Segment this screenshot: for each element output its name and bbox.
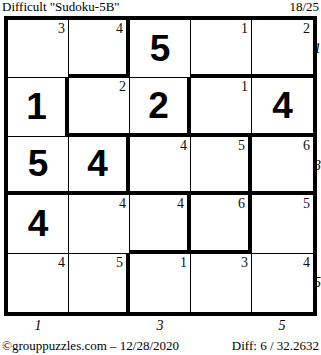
corner-mark: 3 (241, 255, 248, 270)
corner-mark: 5 (303, 196, 310, 211)
corner-mark: 5 (238, 138, 245, 153)
cell-r3c5[interactable]: 6 (252, 137, 313, 195)
cell-r5c3[interactable]: 1 (130, 254, 191, 312)
cell-r3c4[interactable]: 5 (191, 137, 252, 195)
corner-mark: 5 (116, 255, 123, 270)
copyright-text: ©grouppuzzles.com – 12/28/2020 (2, 339, 179, 353)
difficulty-text: Diff: 6 / 32.2632 (232, 339, 319, 353)
corner-mark: 4 (116, 21, 123, 36)
given-digit: 4 (69, 137, 126, 191)
corner-mark: 6 (303, 138, 310, 153)
corner-mark: 4 (177, 196, 184, 211)
corner-mark: 4 (303, 255, 310, 270)
given-digit: 1 (8, 78, 65, 135)
cell-r3c3[interactable]: 4 (130, 137, 191, 195)
cell-r2c3[interactable]: 2 (130, 78, 191, 136)
cell-r3c1[interactable]: 5 (8, 137, 69, 195)
col-label-5: 5 (279, 318, 286, 334)
corner-mark: 1 (180, 255, 187, 270)
corner-mark: 4 (180, 138, 187, 153)
given-digit: 4 (8, 195, 68, 252)
corner-mark: 6 (238, 196, 245, 211)
col-label-1: 1 (35, 318, 42, 334)
given-digit: 4 (252, 78, 313, 132)
cell-r4c3[interactable]: 4 (130, 195, 191, 253)
cell-r1c4[interactable]: 1 (191, 20, 252, 78)
cell-r4c5[interactable]: 5 (252, 195, 313, 253)
cell-r1c2[interactable]: 4 (69, 20, 130, 78)
cell-r5c2[interactable]: 5 (69, 254, 130, 312)
col-label-3: 3 (157, 318, 164, 334)
row-label-1: 1 (314, 41, 321, 57)
cell-r1c5[interactable]: 2 (252, 20, 313, 78)
corner-mark: 3 (58, 21, 65, 36)
row-label-5: 5 (314, 275, 321, 291)
cell-r2c4[interactable]: 1 (191, 78, 252, 136)
corner-mark: 4 (119, 196, 126, 211)
cell-r1c3[interactable]: 5 (130, 20, 191, 78)
page-header: Difficult "Sudoku-5B" 18/25 (2, 0, 319, 14)
cell-r4c2[interactable]: 4 (69, 195, 130, 253)
cell-r2c2[interactable]: 2 (69, 78, 130, 136)
cell-r5c4[interactable]: 3 (191, 254, 252, 312)
cell-r5c1[interactable]: 4 (8, 254, 69, 312)
puzzle-title: Difficult "Sudoku-5B" (2, 0, 120, 14)
corner-mark: 4 (58, 255, 65, 270)
puzzle-page: Difficult "Sudoku-5B" 18/25 345121221454… (0, 0, 321, 355)
corner-mark: 1 (241, 79, 248, 94)
cell-r4c4[interactable]: 6 (191, 195, 252, 253)
corner-mark: 2 (303, 21, 310, 36)
cell-r1c1[interactable]: 3 (8, 20, 69, 78)
corner-mark: 2 (119, 79, 126, 94)
corner-mark: 1 (241, 21, 248, 36)
cell-r2c1[interactable]: 1 (8, 78, 69, 136)
page-footer: ©grouppuzzles.com – 12/28/2020 Diff: 6 /… (2, 339, 319, 353)
cell-r5c5[interactable]: 4 (252, 254, 313, 312)
row-label-3: 3 (314, 158, 321, 174)
given-digit: 5 (8, 137, 68, 191)
given-digit: 2 (130, 78, 187, 132)
puzzle-grid: 3451212214544564446545134 (4, 16, 317, 316)
given-digit: 5 (130, 20, 190, 77)
cell-r2c5[interactable]: 4 (252, 78, 313, 136)
puzzle-counter: 18/25 (289, 0, 319, 14)
cell-r3c2[interactable]: 4 (69, 137, 130, 195)
cell-r4c1[interactable]: 4 (8, 195, 69, 253)
